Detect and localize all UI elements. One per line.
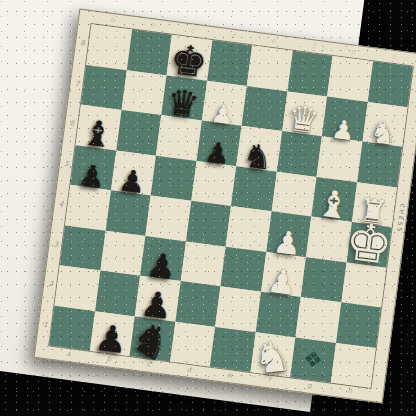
square-f8[interactable] — [287, 51, 332, 96]
square-a8[interactable] — [86, 24, 131, 69]
square-g5[interactable]: ♝ — [311, 176, 356, 221]
square-f4[interactable]: ♟ — [266, 211, 311, 256]
square-d3[interactable] — [180, 241, 225, 286]
square-b7[interactable] — [121, 70, 166, 115]
square-g2[interactable] — [295, 297, 340, 342]
square-a4[interactable] — [65, 185, 110, 230]
square-h1[interactable] — [330, 342, 375, 387]
square-b2[interactable] — [95, 270, 140, 315]
square-g1[interactable]: ❖ — [290, 337, 335, 382]
chess-board: ♚♛♟♛♟♞♝♟♞♟♟♝♜♟♚♟♟♟♟♞♞❖ CHESS aabbccddeef… — [34, 9, 416, 404]
square-h8[interactable] — [367, 61, 412, 106]
square-b6[interactable] — [116, 110, 161, 155]
square-c2[interactable]: ♟ — [135, 276, 180, 321]
square-f3[interactable]: ♟ — [261, 251, 306, 296]
board-logo-emblem: ❖ — [290, 337, 335, 382]
square-d5[interactable] — [191, 161, 236, 206]
square-g4[interactable] — [306, 217, 351, 262]
chess-photo-scene: ♚♛♟♛♟♞♝♟♞♟♟♝♜♟♚♟♟♟♟♞♞❖ CHESS aabbccddeef… — [0, 0, 416, 416]
square-a7[interactable] — [81, 64, 126, 109]
square-h5[interactable]: ♜ — [351, 182, 396, 227]
square-c4[interactable] — [145, 195, 190, 240]
square-a5[interactable]: ♟ — [70, 145, 115, 190]
square-f6[interactable] — [276, 131, 321, 176]
square-f2[interactable] — [255, 292, 300, 337]
square-b4[interactable] — [105, 190, 150, 235]
square-c8[interactable]: ♚ — [167, 35, 212, 80]
square-e6[interactable]: ♞ — [236, 126, 281, 171]
square-g6[interactable] — [317, 136, 362, 181]
square-c6[interactable] — [156, 115, 201, 160]
square-h7[interactable]: ♞ — [362, 101, 407, 146]
square-b3[interactable] — [100, 230, 145, 275]
square-d4[interactable] — [186, 201, 231, 246]
square-c5[interactable] — [151, 155, 196, 200]
square-g8[interactable] — [327, 56, 372, 101]
square-d8[interactable] — [207, 40, 252, 85]
square-d6[interactable]: ♟ — [196, 120, 241, 165]
square-e7[interactable] — [242, 86, 287, 131]
square-d7[interactable]: ♟ — [201, 80, 246, 125]
square-a1[interactable] — [49, 305, 94, 350]
square-e4[interactable] — [226, 206, 271, 251]
square-f1[interactable]: ♞ — [250, 332, 295, 377]
square-b8[interactable] — [126, 30, 171, 75]
square-a3[interactable] — [60, 225, 105, 270]
square-e2[interactable] — [215, 286, 260, 331]
square-d2[interactable] — [175, 281, 220, 326]
square-e1[interactable] — [210, 326, 255, 371]
square-h3[interactable] — [341, 262, 386, 307]
square-e5[interactable] — [231, 166, 276, 211]
square-b1[interactable]: ♟ — [89, 311, 134, 356]
square-f7[interactable]: ♛ — [282, 91, 327, 136]
square-c1[interactable]: ♞ — [130, 316, 175, 361]
square-f5[interactable] — [271, 171, 316, 216]
square-h2[interactable] — [336, 302, 381, 347]
square-c3[interactable]: ♟ — [140, 236, 185, 281]
square-a2[interactable] — [55, 265, 100, 310]
square-a6[interactable]: ♝ — [76, 105, 121, 150]
square-d1[interactable] — [170, 321, 215, 366]
square-h4[interactable]: ♚ — [346, 222, 391, 267]
square-e8[interactable] — [247, 45, 292, 90]
board-brand-text: CHESS — [396, 203, 407, 234]
square-h6[interactable] — [357, 142, 402, 187]
square-e3[interactable] — [220, 246, 265, 291]
square-c7[interactable]: ♛ — [161, 75, 206, 120]
square-g7[interactable]: ♟ — [322, 96, 367, 141]
square-b5[interactable]: ♟ — [111, 150, 156, 195]
board-grid: ♚♛♟♛♟♞♝♟♞♟♟♝♜♟♚♟♟♟♟♞♞❖ — [49, 24, 413, 388]
square-g3[interactable] — [301, 257, 346, 302]
